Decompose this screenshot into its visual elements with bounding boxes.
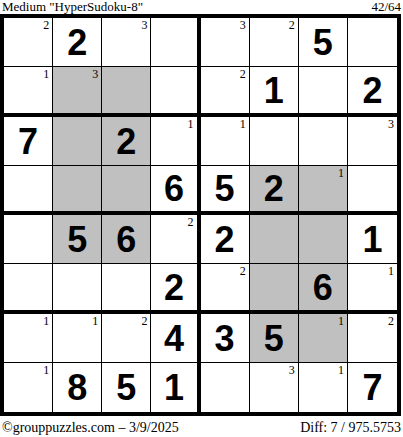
- corner-mark: 2: [289, 18, 295, 32]
- cell-r2c5[interactable]: 2: [201, 67, 250, 116]
- cell-r3c8[interactable]: 3: [348, 117, 397, 166]
- cell-r5c3[interactable]: 6: [102, 215, 151, 264]
- corner-mark: 1: [92, 314, 98, 328]
- given-digit: 8: [67, 368, 87, 406]
- cell-r8c4[interactable]: 1: [151, 363, 200, 412]
- cell-r1c8[interactable]: [348, 18, 397, 67]
- corner-mark: 3: [289, 363, 295, 377]
- cell-r3c1[interactable]: 7: [4, 117, 53, 166]
- cell-r1c5[interactable]: 3: [201, 18, 250, 67]
- copyright-text: ©grouppuzzles.com – 3/9/2025: [2, 420, 179, 435]
- cell-r7c6[interactable]: 5: [250, 314, 299, 363]
- cell-r6c2[interactable]: [53, 264, 102, 313]
- cell-r4c8[interactable]: [348, 166, 397, 215]
- given-digit: 2: [215, 220, 235, 258]
- cell-r4c5[interactable]: 5: [201, 166, 250, 215]
- corner-mark: 3: [388, 117, 394, 131]
- cell-r2c3[interactable]: [102, 67, 151, 116]
- cell-r6c8[interactable]: 1: [348, 264, 397, 313]
- cell-r8c2[interactable]: 8: [53, 363, 102, 412]
- given-digit: 4: [164, 319, 184, 357]
- cell-r5c6[interactable]: [250, 215, 299, 264]
- cell-r5c8[interactable]: 1: [348, 215, 397, 264]
- given-digit: 1: [362, 220, 382, 258]
- cell-r5c4[interactable]: 2: [151, 215, 200, 264]
- cell-r7c5[interactable]: 3: [201, 314, 250, 363]
- cell-r8c5[interactable]: [201, 363, 250, 412]
- cell-r3c5[interactable]: 1: [201, 117, 250, 166]
- cell-r6c5[interactable]: 2: [201, 264, 250, 313]
- given-digit: 2: [116, 122, 136, 160]
- corner-mark: 1: [188, 117, 194, 131]
- cell-r3c4[interactable]: 1: [151, 117, 200, 166]
- cell-r2c1[interactable]: 1: [4, 67, 53, 116]
- given-digit: 2: [164, 268, 184, 306]
- given-digit: 2: [67, 23, 87, 61]
- cell-r6c3[interactable]: [102, 264, 151, 313]
- corner-mark: 1: [43, 67, 49, 81]
- given-digit: 2: [264, 169, 284, 207]
- cell-r8c1[interactable]: 1: [4, 363, 53, 412]
- cell-r8c7[interactable]: 1: [299, 363, 348, 412]
- corner-mark: 2: [188, 215, 194, 229]
- cell-r4c3[interactable]: [102, 166, 151, 215]
- cell-r4c7[interactable]: 1: [299, 166, 348, 215]
- cell-r5c1[interactable]: [4, 215, 53, 264]
- corner-mark: 1: [240, 117, 246, 131]
- cell-r1c6[interactable]: 2: [250, 18, 299, 67]
- cell-r1c7[interactable]: 5: [299, 18, 348, 67]
- cell-r2c8[interactable]: 2: [348, 67, 397, 116]
- corner-mark: 2: [240, 264, 246, 278]
- puzzle-title: Medium "HyperSudoku-8": [2, 0, 143, 13]
- given-digit: 6: [164, 169, 184, 207]
- givens-counter: 42/64: [371, 0, 401, 13]
- cell-r5c2[interactable]: 5: [53, 215, 102, 264]
- given-digit: 7: [18, 122, 38, 160]
- corner-mark: 2: [141, 314, 147, 328]
- given-digit: 3: [215, 319, 235, 357]
- given-digit: 1: [264, 71, 284, 109]
- cell-r2c2[interactable]: 3: [53, 67, 102, 116]
- cell-r3c7[interactable]: [299, 117, 348, 166]
- cell-r7c8[interactable]: 2: [348, 314, 397, 363]
- cell-r6c1[interactable]: [4, 264, 53, 313]
- sudoku-board: 2233251321272113652156221226111243512185…: [0, 14, 401, 416]
- given-digit: 5: [313, 23, 333, 61]
- corner-mark: 1: [43, 314, 49, 328]
- given-digit: 6: [313, 268, 333, 306]
- corner-mark: 1: [338, 363, 344, 377]
- corner-mark: 3: [240, 18, 246, 32]
- corner-mark: 2: [43, 18, 49, 32]
- cell-r4c1[interactable]: [4, 166, 53, 215]
- cell-r6c7[interactable]: 6: [299, 264, 348, 313]
- difficulty-text: Diff: 7 / 975.5753: [300, 420, 401, 435]
- cell-r5c5[interactable]: 2: [201, 215, 250, 264]
- given-digit: 5: [264, 319, 284, 357]
- given-digit: 1: [164, 368, 184, 406]
- cell-r4c4[interactable]: 6: [151, 166, 200, 215]
- cell-r3c2[interactable]: [53, 117, 102, 166]
- corner-mark: 2: [388, 314, 394, 328]
- cell-r4c2[interactable]: [53, 166, 102, 215]
- puzzle-page: Medium "HyperSudoku-8" 42/64 22332513212…: [0, 0, 403, 437]
- cell-r6c4[interactable]: 2: [151, 264, 200, 313]
- cell-r2c4[interactable]: [151, 67, 200, 116]
- cell-r8c3[interactable]: 5: [102, 363, 151, 412]
- given-digit: 2: [362, 71, 382, 109]
- cell-r2c7[interactable]: [299, 67, 348, 116]
- corner-mark: 2: [240, 67, 246, 81]
- cell-r2c6[interactable]: 1: [250, 67, 299, 116]
- corner-mark: 3: [141, 18, 147, 32]
- cell-r1c4[interactable]: [151, 18, 200, 67]
- cell-r7c2[interactable]: 1: [53, 314, 102, 363]
- corner-mark: 1: [43, 363, 49, 377]
- cell-r3c3[interactable]: 2: [102, 117, 151, 166]
- corner-mark: 1: [338, 314, 344, 328]
- header: Medium "HyperSudoku-8" 42/64: [2, 0, 401, 14]
- corner-mark: 1: [388, 264, 394, 278]
- given-digit: 6: [116, 220, 136, 258]
- cell-r7c1[interactable]: 1: [4, 314, 53, 363]
- given-digit: 7: [362, 368, 382, 406]
- cell-r5c7[interactable]: [299, 215, 348, 264]
- given-digit: 5: [215, 169, 235, 207]
- corner-mark: 1: [338, 166, 344, 180]
- cell-r1c1[interactable]: 2: [4, 18, 53, 67]
- cell-r4c6[interactable]: 2: [250, 166, 299, 215]
- cell-r7c7[interactable]: 1: [299, 314, 348, 363]
- cell-r1c2[interactable]: 2: [53, 18, 102, 67]
- cell-r8c8[interactable]: 7: [348, 363, 397, 412]
- cell-r1c3[interactable]: 3: [102, 18, 151, 67]
- cell-r7c3[interactable]: 2: [102, 314, 151, 363]
- corner-mark: 3: [92, 67, 98, 81]
- cell-r3c6[interactable]: [250, 117, 299, 166]
- footer: ©grouppuzzles.com – 3/9/2025 Diff: 7 / 9…: [2, 420, 401, 435]
- given-digit: 5: [67, 220, 87, 258]
- cell-r7c4[interactable]: 4: [151, 314, 200, 363]
- cell-r6c6[interactable]: [250, 264, 299, 313]
- given-digit: 5: [116, 368, 136, 406]
- cell-r8c6[interactable]: 3: [250, 363, 299, 412]
